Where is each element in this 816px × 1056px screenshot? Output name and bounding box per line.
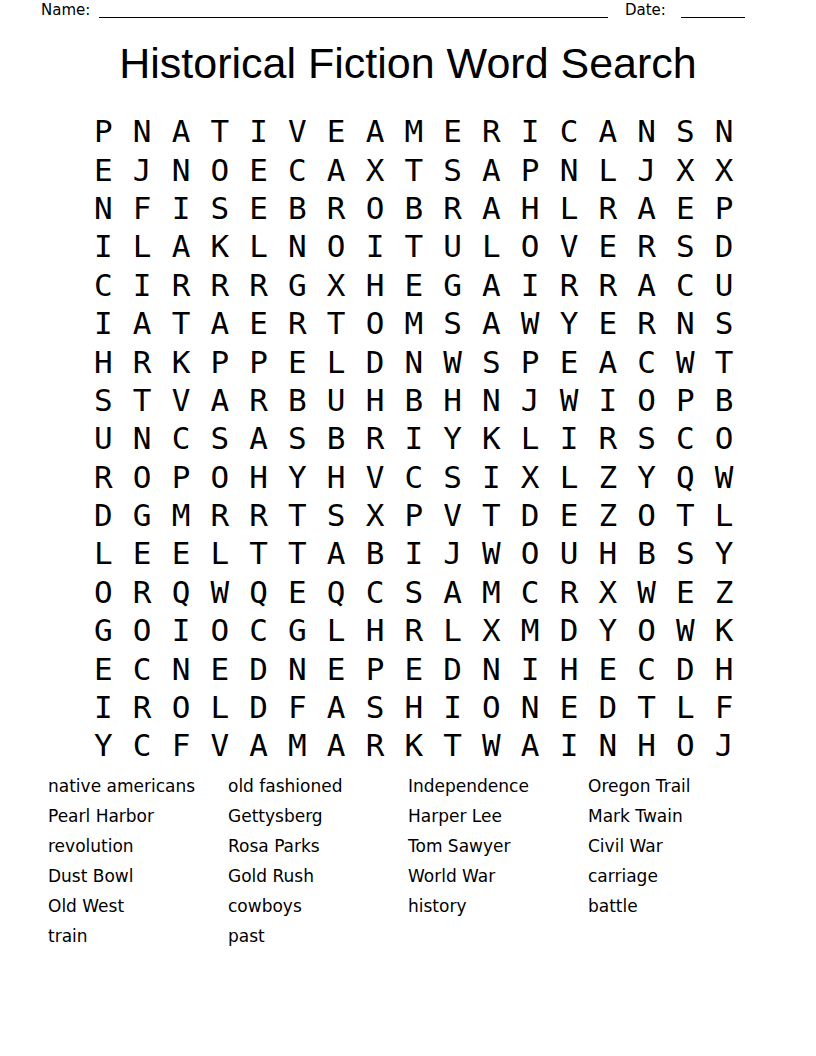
grid-cell[interactable]: C (666, 419, 705, 457)
grid-cell[interactable]: H (627, 726, 666, 764)
grid-cell[interactable]: L (200, 534, 239, 572)
grid-cell[interactable]: E (123, 534, 162, 572)
grid-cell[interactable]: R (433, 189, 472, 227)
grid-cell[interactable]: R (588, 266, 627, 304)
grid-cell[interactable]: M (472, 573, 511, 611)
grid-cell[interactable]: N (162, 150, 201, 188)
grid-cell[interactable]: N (588, 726, 627, 764)
grid-cell[interactable]: X (705, 150, 744, 188)
grid-cell[interactable]: P (356, 649, 395, 687)
grid-cell[interactable]: W (666, 611, 705, 649)
grid-cell[interactable]: R (200, 496, 239, 534)
grid-cell[interactable]: T (394, 227, 433, 265)
grid-cell[interactable]: E (666, 573, 705, 611)
grid-cell[interactable]: L (666, 688, 705, 726)
grid-cell[interactable]: O (356, 304, 395, 342)
grid-cell[interactable]: A (200, 381, 239, 419)
grid-cell[interactable]: V (278, 112, 317, 150)
grid-cell[interactable]: A (239, 419, 278, 457)
grid-cell[interactable]: B (356, 534, 395, 572)
grid-cell[interactable]: Q (239, 573, 278, 611)
grid-cell[interactable]: N (394, 342, 433, 380)
grid-cell[interactable]: A (317, 726, 356, 764)
grid-cell[interactable]: R (627, 304, 666, 342)
grid-cell[interactable]: T (433, 726, 472, 764)
grid-cell[interactable]: I (239, 112, 278, 150)
grid-cell[interactable]: E (317, 649, 356, 687)
grid-cell[interactable]: S (433, 458, 472, 496)
grid-cell[interactable]: N (511, 688, 550, 726)
grid-cell[interactable]: Q (317, 573, 356, 611)
grid-cell[interactable]: S (433, 304, 472, 342)
grid-cell[interactable]: E (278, 342, 317, 380)
grid-cell[interactable]: R (239, 381, 278, 419)
grid-cell[interactable]: N (627, 112, 666, 150)
grid-cell[interactable]: L (317, 611, 356, 649)
grid-cell[interactable]: I (472, 458, 511, 496)
grid-cell[interactable]: W (472, 534, 511, 572)
grid-cell[interactable]: C (627, 649, 666, 687)
grid-cell[interactable]: T (200, 112, 239, 150)
grid-cell[interactable]: R (394, 611, 433, 649)
grid-cell[interactable]: P (394, 496, 433, 534)
grid-cell[interactable]: X (666, 150, 705, 188)
grid-cell[interactable]: A (472, 189, 511, 227)
grid-cell[interactable]: I (394, 534, 433, 572)
grid-cell[interactable]: O (356, 189, 395, 227)
grid-cell[interactable]: I (84, 227, 123, 265)
grid-cell[interactable]: L (239, 227, 278, 265)
grid-cell[interactable]: I (394, 419, 433, 457)
grid-cell[interactable]: T (162, 304, 201, 342)
grid-cell[interactable]: Y (627, 458, 666, 496)
grid-cell[interactable]: W (511, 304, 550, 342)
grid-cell[interactable]: G (84, 611, 123, 649)
grid-cell[interactable]: N (472, 381, 511, 419)
grid-cell[interactable]: T (394, 150, 433, 188)
grid-cell[interactable]: I (511, 266, 550, 304)
grid-cell[interactable]: C (239, 611, 278, 649)
grid-cell[interactable]: Y (84, 726, 123, 764)
grid-cell[interactable]: E (588, 649, 627, 687)
grid-cell[interactable]: Y (433, 419, 472, 457)
grid-cell[interactable]: C (123, 649, 162, 687)
grid-cell[interactable]: R (356, 419, 395, 457)
grid-cell[interactable]: G (278, 266, 317, 304)
grid-cell[interactable]: S (666, 112, 705, 150)
grid-cell[interactable]: V (550, 227, 589, 265)
grid-cell[interactable]: T (239, 534, 278, 572)
grid-cell[interactable]: J (123, 150, 162, 188)
grid-cell[interactable]: D (356, 342, 395, 380)
grid-cell[interactable]: P (84, 112, 123, 150)
grid-cell[interactable]: P (200, 342, 239, 380)
grid-cell[interactable]: P (511, 342, 550, 380)
grid-cell[interactable]: U (84, 419, 123, 457)
grid-cell[interactable]: U (705, 266, 744, 304)
grid-cell[interactable]: D (433, 649, 472, 687)
grid-cell[interactable]: L (84, 534, 123, 572)
grid-cell[interactable]: I (511, 112, 550, 150)
grid-cell[interactable]: O (511, 227, 550, 265)
grid-cell[interactable]: K (472, 419, 511, 457)
grid-cell[interactable]: B (394, 189, 433, 227)
grid-cell[interactable]: T (705, 342, 744, 380)
grid-cell[interactable]: C (162, 419, 201, 457)
grid-cell[interactable]: L (472, 227, 511, 265)
grid-cell[interactable]: A (356, 112, 395, 150)
grid-cell[interactable]: B (278, 381, 317, 419)
grid-cell[interactable]: R (472, 112, 511, 150)
grid-cell[interactable]: T (627, 688, 666, 726)
grid-cell[interactable]: R (123, 688, 162, 726)
grid-cell[interactable]: L (511, 419, 550, 457)
grid-cell[interactable]: R (123, 342, 162, 380)
grid-cell[interactable]: T (666, 496, 705, 534)
grid-cell[interactable]: T (317, 304, 356, 342)
grid-cell[interactable]: S (433, 150, 472, 188)
grid-cell[interactable]: I (84, 688, 123, 726)
grid-cell[interactable]: N (123, 112, 162, 150)
grid-cell[interactable]: Z (588, 458, 627, 496)
grid-cell[interactable]: M (394, 304, 433, 342)
grid-cell[interactable]: D (550, 611, 589, 649)
grid-cell[interactable]: W (705, 458, 744, 496)
grid-cell[interactable]: J (627, 150, 666, 188)
grid-cell[interactable]: H (239, 458, 278, 496)
grid-cell[interactable]: P (705, 189, 744, 227)
grid-cell[interactable]: W (472, 726, 511, 764)
grid-cell[interactable]: B (394, 381, 433, 419)
grid-cell[interactable]: R (356, 726, 395, 764)
word-list-item: Gettysberg (228, 802, 408, 832)
grid-cell[interactable]: B (317, 419, 356, 457)
grid-cell[interactable]: T (278, 496, 317, 534)
grid-cell[interactable]: L (200, 688, 239, 726)
grid-cell[interactable]: G (278, 611, 317, 649)
grid-cell[interactable]: L (588, 150, 627, 188)
grid-cell[interactable]: F (278, 688, 317, 726)
grid-cell[interactable]: D (239, 649, 278, 687)
grid-cell[interactable]: S (627, 419, 666, 457)
grid-cell[interactable]: E (588, 227, 627, 265)
grid-cell[interactable]: M (394, 112, 433, 150)
grid-cell[interactable]: I (550, 726, 589, 764)
grid-cell[interactable]: P (162, 458, 201, 496)
word-list-item: World War (408, 862, 588, 892)
page-title: Historical Fiction Word Search (0, 40, 816, 87)
grid-cell[interactable]: A (472, 304, 511, 342)
grid-cell[interactable]: A (162, 227, 201, 265)
grid-cell[interactable]: N (278, 227, 317, 265)
grid-cell[interactable]: S (200, 189, 239, 227)
word-list-item: train (48, 922, 228, 952)
date-label: Date: (625, 1, 666, 19)
grid-cell[interactable]: F (123, 189, 162, 227)
grid-cell[interactable]: I (550, 419, 589, 457)
grid-cell[interactable]: R (239, 266, 278, 304)
grid-cell[interactable]: O (627, 496, 666, 534)
grid-cell[interactable]: N (550, 150, 589, 188)
grid-cell[interactable]: W (433, 342, 472, 380)
grid-cell[interactable]: Y (588, 611, 627, 649)
grid-cell[interactable]: U (550, 534, 589, 572)
grid-cell[interactable]: R (588, 189, 627, 227)
grid-cell[interactable]: D (511, 496, 550, 534)
grid-cell[interactable]: O (627, 611, 666, 649)
grid-cell[interactable]: Q (162, 573, 201, 611)
grid-cell[interactable]: E (162, 534, 201, 572)
grid-cell[interactable]: W (666, 342, 705, 380)
grid-cell[interactable]: C (278, 150, 317, 188)
grid-cell[interactable]: V (356, 458, 395, 496)
grid-cell[interactable]: A (511, 726, 550, 764)
grid-cell[interactable]: X (317, 266, 356, 304)
grid-cell[interactable]: I (162, 189, 201, 227)
grid-cell[interactable]: S (84, 381, 123, 419)
grid-cell[interactable]: O (200, 458, 239, 496)
grid-cell[interactable]: H (84, 342, 123, 380)
grid-cell[interactable]: S (200, 419, 239, 457)
grid-cell[interactable]: A (588, 112, 627, 150)
grid-cell[interactable]: Y (550, 304, 589, 342)
grid-cell[interactable]: F (705, 688, 744, 726)
grid-cell[interactable]: S (666, 534, 705, 572)
grid-cell[interactable]: K (705, 611, 744, 649)
grid-cell[interactable]: I (511, 649, 550, 687)
grid-cell[interactable]: Y (278, 458, 317, 496)
grid-cell[interactable]: N (666, 304, 705, 342)
grid-cell[interactable]: W (627, 573, 666, 611)
grid-cell[interactable]: B (627, 534, 666, 572)
grid-cell[interactable]: A (317, 688, 356, 726)
grid-cell[interactable]: P (666, 381, 705, 419)
grid-cell[interactable]: D (588, 688, 627, 726)
grid-cell[interactable]: R (123, 573, 162, 611)
grid-cell[interactable]: N (278, 649, 317, 687)
grid-cell[interactable]: A (472, 150, 511, 188)
word-list-item: Mark Twain (588, 802, 768, 832)
grid-cell[interactable]: L (550, 458, 589, 496)
grid-cell[interactable]: R (200, 266, 239, 304)
grid-cell[interactable]: M (511, 611, 550, 649)
grid-cell[interactable]: O (666, 726, 705, 764)
grid-cell[interactable]: O (511, 534, 550, 572)
grid-cell[interactable]: O (472, 688, 511, 726)
grid-cell[interactable]: A (317, 150, 356, 188)
grid-cell[interactable]: F (162, 726, 201, 764)
grid-cell[interactable]: O (123, 458, 162, 496)
grid-cell[interactable]: R (627, 227, 666, 265)
grid-cell[interactable]: C (666, 266, 705, 304)
grid-cell[interactable]: J (433, 534, 472, 572)
grid-cell[interactable]: U (317, 381, 356, 419)
word-list: native americansPearl HarborrevolutionDu… (48, 772, 774, 951)
grid-cell[interactable]: C (123, 726, 162, 764)
grid-cell[interactable]: O (84, 573, 123, 611)
grid-cell[interactable]: O (200, 150, 239, 188)
grid-cell[interactable]: N (472, 649, 511, 687)
grid-cell[interactable]: N (162, 649, 201, 687)
grid-cell[interactable]: N (84, 189, 123, 227)
grid-cell[interactable]: T (123, 381, 162, 419)
grid-cell[interactable]: S (317, 496, 356, 534)
grid-cell[interactable]: R (239, 496, 278, 534)
grid-cell[interactable]: H (588, 534, 627, 572)
grid-cell[interactable]: E (239, 189, 278, 227)
grid-cell[interactable]: T (472, 496, 511, 534)
grid-cell[interactable]: I (123, 266, 162, 304)
grid-cell[interactable]: W (550, 381, 589, 419)
grid-cell[interactable]: S (278, 419, 317, 457)
grid-cell[interactable]: I (84, 304, 123, 342)
date-fill-in-line[interactable] (681, 0, 745, 18)
grid-cell[interactable]: X (511, 458, 550, 496)
grid-cell[interactable]: E (317, 112, 356, 150)
grid-cell[interactable]: X (356, 150, 395, 188)
grid-cell[interactable]: J (511, 381, 550, 419)
grid-cell[interactable]: A (239, 726, 278, 764)
grid-cell[interactable]: E (200, 649, 239, 687)
grid-cell[interactable]: H (317, 458, 356, 496)
grid-cell[interactable]: P (239, 342, 278, 380)
grid-cell[interactable]: C (84, 266, 123, 304)
grid-cell[interactable]: A (317, 534, 356, 572)
grid-cell[interactable]: I (433, 688, 472, 726)
grid-cell[interactable]: I (588, 381, 627, 419)
grid-cell[interactable]: H (705, 649, 744, 687)
grid-cell[interactable]: D (239, 688, 278, 726)
grid-cell[interactable]: O (627, 381, 666, 419)
grid-cell[interactable]: S (356, 688, 395, 726)
grid-cell[interactable]: H (356, 381, 395, 419)
grid-cell[interactable]: L (705, 496, 744, 534)
grid-cell[interactable]: L (317, 342, 356, 380)
grid-cell[interactable]: E (84, 649, 123, 687)
grid-cell[interactable]: Z (705, 573, 744, 611)
grid-cell[interactable]: E (550, 688, 589, 726)
grid-cell[interactable]: Q (666, 458, 705, 496)
grid-cell[interactable]: G (433, 266, 472, 304)
grid-cell[interactable]: X (588, 573, 627, 611)
grid-cell[interactable]: A (588, 342, 627, 380)
grid-cell[interactable]: R (278, 304, 317, 342)
grid-cell[interactable]: N (123, 419, 162, 457)
grid-cell[interactable]: O (200, 611, 239, 649)
grid-cell[interactable]: R (162, 266, 201, 304)
grid-cell[interactable]: V (200, 726, 239, 764)
grid-cell[interactable]: X (356, 496, 395, 534)
grid-cell[interactable]: I (356, 227, 395, 265)
grid-cell[interactable]: C (356, 573, 395, 611)
grid-cell[interactable]: A (627, 266, 666, 304)
grid-cell[interactable]: E (394, 266, 433, 304)
grid-cell[interactable]: I (162, 611, 201, 649)
grid-cell[interactable]: B (278, 189, 317, 227)
grid-cell[interactable]: R (588, 419, 627, 457)
grid-cell[interactable]: R (550, 573, 589, 611)
grid-cell[interactable]: K (162, 342, 201, 380)
grid-cell[interactable]: H (356, 266, 395, 304)
grid-cell[interactable]: C (394, 458, 433, 496)
grid-cell[interactable]: S (394, 573, 433, 611)
grid-cell[interactable]: K (200, 227, 239, 265)
grid-cell[interactable]: E (550, 342, 589, 380)
word-list-item: revolution (48, 832, 228, 862)
grid-cell[interactable]: K (394, 726, 433, 764)
grid-cell[interactable]: R (317, 189, 356, 227)
grid-cell[interactable]: T (278, 534, 317, 572)
grid-cell[interactable]: E (239, 304, 278, 342)
grid-cell[interactable]: R (84, 458, 123, 496)
grid-cell[interactable]: Z (588, 496, 627, 534)
grid-cell[interactable]: B (705, 381, 744, 419)
grid-cell[interactable]: M (162, 496, 201, 534)
grid-cell[interactable]: E (394, 649, 433, 687)
grid-cell[interactable]: S (666, 227, 705, 265)
grid-cell[interactable]: H (511, 189, 550, 227)
grid-cell[interactable]: E (666, 189, 705, 227)
grid-cell[interactable]: A (627, 189, 666, 227)
grid-cell[interactable]: H (394, 688, 433, 726)
grid-cell[interactable]: A (123, 304, 162, 342)
grid-cell[interactable]: C (511, 573, 550, 611)
grid-cell[interactable]: Y (705, 534, 744, 572)
grid-cell[interactable]: D (666, 649, 705, 687)
grid-cell[interactable]: M (278, 726, 317, 764)
grid-cell[interactable]: E (550, 496, 589, 534)
grid-cell[interactable]: A (472, 266, 511, 304)
grid-cell[interactable]: W (200, 573, 239, 611)
grid-cell[interactable]: H (550, 649, 589, 687)
grid-cell[interactable]: R (550, 266, 589, 304)
grid-cell[interactable]: A (162, 112, 201, 150)
grid-cell[interactable]: A (200, 304, 239, 342)
grid-cell[interactable]: E (278, 573, 317, 611)
grid-cell[interactable]: V (162, 381, 201, 419)
grid-cell[interactable]: U (433, 227, 472, 265)
grid-cell[interactable]: L (550, 189, 589, 227)
grid-cell[interactable]: L (123, 227, 162, 265)
grid-cell[interactable]: E (239, 150, 278, 188)
grid-cell[interactable]: E (84, 150, 123, 188)
grid-cell[interactable]: J (705, 726, 744, 764)
grid-cell[interactable]: L (433, 611, 472, 649)
grid-cell[interactable]: N (705, 112, 744, 150)
grid-cell[interactable]: X (472, 611, 511, 649)
grid-cell[interactable]: A (433, 573, 472, 611)
grid-cell[interactable]: S (472, 342, 511, 380)
name-fill-in-line[interactable] (99, 0, 608, 18)
grid-cell[interactable]: V (433, 496, 472, 534)
grid-cell[interactable]: H (356, 611, 395, 649)
grid-cell[interactable]: O (705, 419, 744, 457)
grid-cell[interactable]: O (317, 227, 356, 265)
grid-cell[interactable]: C (627, 342, 666, 380)
grid-cell[interactable]: E (433, 112, 472, 150)
grid-cell[interactable]: D (705, 227, 744, 265)
grid-cell[interactable]: D (84, 496, 123, 534)
grid-cell[interactable]: P (511, 150, 550, 188)
word-list-item: Rosa Parks (228, 832, 408, 862)
grid-cell[interactable]: O (123, 611, 162, 649)
grid-cell[interactable]: G (123, 496, 162, 534)
grid-cell[interactable]: S (705, 304, 744, 342)
grid-cell[interactable]: E (588, 304, 627, 342)
grid-cell[interactable]: O (162, 688, 201, 726)
grid-cell[interactable]: H (433, 381, 472, 419)
grid-cell[interactable]: C (550, 112, 589, 150)
